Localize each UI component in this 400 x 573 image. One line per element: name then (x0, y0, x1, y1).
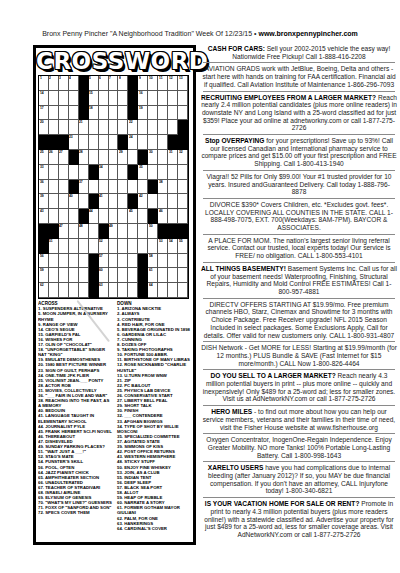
grid-cell-r11c10[interactable] (128, 224, 138, 239)
grid-cell-r5c13[interactable] (158, 135, 168, 150)
grid-cell-r12c10[interactable] (128, 239, 138, 254)
grid-cell-r15c11 (138, 283, 148, 298)
classified-ad-11: DO YOU SELL TO A LARGER MARKET? Reach ne… (201, 371, 397, 404)
grid-cell-r1c2[interactable]: 2 (49, 76, 59, 91)
grid-cell-r15c1[interactable]: 62 (39, 283, 49, 298)
cell-number: 45 (129, 209, 133, 212)
cell-number: 15 (89, 91, 93, 94)
grid-cell-r12c3[interactable] (59, 239, 69, 254)
grid-cell-r7c10 (128, 165, 138, 180)
grid-cell-r3c11[interactable]: 19 (138, 106, 148, 121)
grid-cell-r15c13[interactable] (158, 283, 168, 298)
grid-cell-r7c14[interactable] (168, 165, 178, 180)
grid-cell-r2c14[interactable] (168, 91, 178, 106)
grid-cell-r14c13[interactable] (158, 268, 168, 283)
cell-number: 54 (169, 239, 173, 242)
grid-cell-r8c4 (69, 180, 79, 195)
grid-cell-r14c15[interactable] (178, 268, 188, 283)
newspaper-page: Bronx Penny Pincher "A Neighborhood Trad… (0, 0, 400, 573)
clues-area: ACROSS 1. SUSPENDERS ALTERNATIVE5. MOON … (38, 301, 193, 542)
grid-cell-r6c15[interactable]: 32 (178, 150, 188, 165)
grid-cell-r7c3[interactable] (59, 165, 69, 180)
ads-column: CASH FOR CARS: Sell your 2002-2015 vehic… (201, 44, 397, 540)
grid-cell-r3c8[interactable] (109, 106, 119, 121)
grid-cell-r6c6[interactable] (89, 150, 99, 165)
grid-cell-r7c5[interactable] (79, 165, 89, 180)
cell-number: 31 (169, 150, 173, 153)
grid-cell-r6c7[interactable] (99, 150, 109, 165)
grid-cell-r15c12[interactable]: 64 (148, 283, 158, 298)
crossword-title: CROSSWORD (36, 48, 193, 74)
grid-cell-r14c9[interactable] (118, 268, 128, 283)
grid-cell-r14c5[interactable] (79, 268, 89, 283)
grid-cell-r1c5 (79, 76, 89, 91)
grid-cell-r10c1[interactable]: 43 (39, 209, 49, 224)
grid-cell-r5c10[interactable]: 24 (128, 135, 138, 150)
grid-cell-r5c5[interactable] (79, 135, 89, 150)
grid-cell-r15c10[interactable] (128, 283, 138, 298)
grid-cell-r6c13[interactable] (158, 150, 168, 165)
ad-lead-text: Stop OVERPAYING (205, 137, 266, 144)
grid-cell-r13c2[interactable] (49, 254, 59, 269)
grid-cell-r4c3[interactable] (59, 120, 69, 135)
grid-cell-r9c4[interactable]: 40 (69, 194, 79, 209)
grid-cell-r12c8[interactable] (109, 239, 119, 254)
grid-cell-r8c10[interactable] (128, 180, 138, 195)
grid-cell-r12c6[interactable] (89, 239, 99, 254)
grid-cell-r11c6[interactable] (89, 224, 99, 239)
grid-cell-r8c8[interactable] (109, 180, 119, 195)
cell-number: 47 (59, 224, 63, 227)
grid-cell-r6c11 (138, 150, 148, 165)
grid-cell-r3c14[interactable] (168, 106, 178, 121)
cell-number: 33 (40, 165, 44, 168)
grid-cell-r13c5[interactable] (79, 254, 89, 269)
cell-number: 32 (179, 150, 183, 153)
grid-cell-r15c4[interactable] (69, 283, 79, 298)
cell-number: 9 (139, 76, 141, 79)
grid-cell-r10c15[interactable] (178, 209, 188, 224)
grid-cell-r8c11[interactable] (138, 180, 148, 195)
cell-number: 16 (139, 91, 143, 94)
grid-cell-r13c13[interactable] (158, 254, 168, 269)
grid-cell-r5c8[interactable] (109, 135, 119, 150)
grid-cell-r11c12[interactable]: 50 (148, 224, 158, 239)
grid-cell-r1c10 (128, 76, 138, 91)
grid-cell-r2c13[interactable] (158, 91, 168, 106)
grid-cell-r2c15[interactable] (178, 91, 188, 106)
grid-cell-r7c1[interactable]: 33 (39, 165, 49, 180)
classified-ad-8: ALL THINGS BASEMENTY! Basement Systems I… (201, 264, 397, 297)
grid-cell-r11c14 (168, 224, 178, 239)
grid-cell-r7c12[interactable] (148, 165, 158, 180)
cell-number: 22 (129, 120, 133, 123)
grid-cell-r11c9[interactable] (118, 224, 128, 239)
grid-cell-r10c11[interactable] (138, 209, 148, 224)
grid-cell-r14c1[interactable]: 59 (39, 268, 49, 283)
grid-cell-r11c7 (99, 224, 109, 239)
ad-divider (203, 461, 395, 462)
grid-cell-r15c5[interactable] (79, 283, 89, 298)
ad-divider (203, 497, 395, 498)
grid-cell-r4c6[interactable] (89, 120, 99, 135)
grid-cell-r4c15 (178, 120, 188, 135)
grid-cell-r2c7[interactable] (99, 91, 109, 106)
grid-cell-r4c8[interactable] (109, 120, 119, 135)
grid-cell-r14c10[interactable] (128, 268, 138, 283)
grid-cell-r8c3[interactable] (59, 180, 69, 195)
grid-cell-r11c4[interactable] (69, 224, 79, 239)
grid-cell-r13c1[interactable]: 56 (39, 254, 49, 269)
grid-cell-r12c15[interactable]: 55 (178, 239, 188, 254)
grid-cell-r2c8[interactable] (109, 91, 119, 106)
classified-ad-13: Oxygen Concentrator, InogenOne-Regain In… (201, 435, 397, 460)
grid-cell-r8c9[interactable] (118, 180, 128, 195)
grid-cell-r6c10[interactable] (128, 150, 138, 165)
grid-cell-r14c14[interactable] (168, 268, 178, 283)
grid-cell-r1c1[interactable]: 1 (39, 76, 49, 91)
grid-cell-r3c3[interactable] (59, 106, 69, 121)
grid-cell-r14c7[interactable]: 60 (99, 268, 109, 283)
grid-cell-r12c12[interactable] (148, 239, 158, 254)
classified-ad-7: A PLACE FOR MOM. The nation's largest se… (201, 236, 397, 261)
grid-cell-r12c5[interactable] (79, 239, 89, 254)
grid-cell-r1c13[interactable]: 11 (158, 76, 168, 91)
grid-cell-r13c6 (89, 254, 99, 269)
ad-divider (203, 298, 395, 299)
cell-number: 53 (159, 239, 163, 242)
grid-cell-r15c14[interactable] (168, 283, 178, 298)
grid-cell-r7c11[interactable]: 35 (138, 165, 148, 180)
masthead: Bronx Penny Pincher "A Neighborhood Trad… (0, 30, 400, 37)
down-clue-41: 64. CARDINAL'S COVER (117, 525, 192, 530)
grid-cell-r3c12[interactable] (148, 106, 158, 121)
down-column: DOWN 1. ARIZONA NECKTIE2. ALWAYS3. CONTR… (117, 301, 192, 531)
cell-number: 18 (89, 106, 93, 109)
cell-number: 58 (149, 254, 153, 257)
grid-cell-r9c14[interactable] (168, 194, 178, 209)
grid-cell-r9c15[interactable] (178, 194, 188, 209)
grid-cell-r6c1[interactable]: 25 (39, 150, 49, 165)
cell-number: 6 (99, 76, 101, 79)
grid-cell-r2c4[interactable] (69, 91, 79, 106)
grid-cell-r12c4[interactable] (69, 239, 79, 254)
grid-cell-r9c9[interactable] (118, 194, 128, 209)
grid-cell-r11c11[interactable] (138, 224, 148, 239)
grid-cell-r2c12[interactable] (148, 91, 158, 106)
grid-cell-r4c7[interactable] (99, 120, 109, 135)
grid-cell-r3c15[interactable] (178, 106, 188, 121)
cell-number: 59 (40, 268, 44, 271)
grid-cell-r14c8[interactable] (109, 268, 119, 283)
grid-cell-r2c1[interactable]: 14 (39, 91, 49, 106)
grid-cell-r10c6[interactable]: 44 (89, 209, 99, 224)
grid-cell-r7c7[interactable]: 34 (99, 165, 109, 180)
cell-number: 19 (139, 106, 143, 109)
grid-cell-r13c14[interactable] (168, 254, 178, 269)
grid-cell-r10c13[interactable]: 46 (158, 209, 168, 224)
grid-cell-r1c3[interactable]: 3 (59, 76, 69, 91)
cell-number: 10 (149, 76, 153, 79)
grid-cell-r15c3[interactable] (59, 283, 69, 298)
grid-cell-r5c1 (39, 135, 49, 150)
clues-columns: ACROSS 1. SUSPENDERS ALTERNATIVE5. MOON … (38, 301, 193, 531)
cell-number: 56 (40, 254, 44, 257)
classified-ad-10: DISH Network - Get MORE for LESS! Starti… (201, 343, 397, 368)
grid-cell-r13c10[interactable] (128, 254, 138, 269)
cell-number: 2 (49, 76, 51, 79)
grid-cell-r5c6[interactable] (89, 135, 99, 150)
grid-cell-r7c15[interactable] (178, 165, 188, 180)
grid-cell-r11c3[interactable]: 47 (59, 224, 69, 239)
grid-cell-r1c4[interactable]: 4 (69, 76, 79, 91)
grid-cell-r6c3[interactable]: 27 (59, 150, 69, 165)
classified-ad-6: DIVORCE $390* Covers Children, etc. *Exc… (201, 200, 397, 233)
grid-cell-r7c4[interactable] (69, 165, 79, 180)
grid-cell-r4c10[interactable]: 22 (128, 120, 138, 135)
grid-cell-r3c4[interactable] (69, 106, 79, 121)
grid-cell-r10c5 (79, 209, 89, 224)
grid-cell-r15c2[interactable] (49, 283, 59, 298)
grid-cell-r6c8[interactable] (109, 150, 119, 165)
grid-cell-r5c12[interactable] (148, 135, 158, 150)
grid-cell-r10c14[interactable] (168, 209, 178, 224)
across-column: ACROSS 1. SUSPENDERS ALTERNATIVE5. MOON … (38, 301, 113, 531)
grid-cell-r3c6[interactable]: 18 (89, 106, 99, 121)
across-clue-17: 38. REACHING INTO THE PAST, AS A MEMORY (38, 398, 113, 408)
grid-cell-r3c2[interactable] (49, 106, 59, 121)
grid-cell-r15c6 (89, 283, 99, 298)
grid-cell-r14c6 (89, 268, 99, 283)
grid-cell-r10c3[interactable] (59, 209, 69, 224)
grid-cell-r13c4[interactable] (69, 254, 79, 269)
grid-cell-r6c2[interactable]: 26 (49, 150, 59, 165)
grid-cell-r9c7[interactable]: 41 (99, 194, 109, 209)
classified-ad-12: HERO MILES - to find out more about how … (201, 407, 397, 432)
grid-cell-r4c4[interactable] (69, 120, 79, 135)
masthead-text: Bronx Penny Pincher "A Neighborhood Trad… (42, 30, 258, 37)
grid-cell-r4c11[interactable] (138, 120, 148, 135)
grid-cell-r8c2[interactable] (49, 180, 59, 195)
grid-cell-r12c11[interactable] (138, 239, 148, 254)
grid-cell-r4c14[interactable] (168, 120, 178, 135)
cell-number: 27 (59, 150, 63, 153)
grid-cell-r4c13[interactable] (158, 120, 168, 135)
grid-cell-r8c15[interactable] (178, 180, 188, 195)
grid-cell-r14c3[interactable] (59, 268, 69, 283)
grid-cell-r4c5[interactable]: 21 (79, 120, 89, 135)
grid-cell-r12c2[interactable]: 51 (49, 239, 59, 254)
cell-number: 5 (89, 76, 91, 79)
grid-cell-r13c12[interactable]: 58 (148, 254, 158, 269)
cell-number: 20 (40, 120, 44, 123)
grid-cell-r4c1[interactable]: 20 (39, 120, 49, 135)
grid-cell-r3c1[interactable]: 17 (39, 106, 49, 121)
grid-cell-r1c8[interactable]: 7 (109, 76, 119, 91)
grid-cell-r13c15[interactable] (178, 254, 188, 269)
ad-divider (203, 134, 395, 135)
grid-cell-r15c9[interactable] (118, 283, 128, 298)
cell-number: 24 (129, 135, 133, 138)
grid-cell-r9c11[interactable]: 42 (138, 194, 148, 209)
grid-cell-r3c9[interactable] (118, 106, 128, 121)
grid-cell-r13c8[interactable] (109, 254, 119, 269)
grid-cell-r10c9[interactable] (118, 209, 128, 224)
grid-cell-r7c2[interactable] (49, 165, 59, 180)
ad-divider (203, 341, 395, 342)
grid-cell-r10c4[interactable] (69, 209, 79, 224)
grid-cell-r6c4 (69, 150, 79, 165)
grid-cell-r1c6[interactable]: 5 (89, 76, 99, 91)
grid-cell-r5c4[interactable]: 23 (69, 135, 79, 150)
cell-number: 37 (79, 180, 83, 183)
grid-cell-r12c9[interactable] (118, 239, 128, 254)
grid-cell-r2c6[interactable]: 15 (89, 91, 99, 106)
grid-cell-r8c5[interactable]: 37 (79, 180, 89, 195)
grid-cell-r1c14[interactable]: 12 (168, 76, 178, 91)
cell-number: 63 (99, 283, 103, 286)
cell-number: 4 (69, 76, 71, 79)
cell-number: 50 (149, 224, 153, 227)
grid-cell-r4c12[interactable] (148, 120, 158, 135)
grid-cell-r9c8[interactable] (109, 194, 119, 209)
grid-cell-r2c3[interactable] (59, 91, 69, 106)
across-clue-37: 72. SPECS COVER THEM (38, 510, 113, 515)
grid-cell-r10c7[interactable] (99, 209, 109, 224)
grid-cell-r1c11[interactable]: 9 (138, 76, 148, 91)
grid-cell-r9c6 (89, 194, 99, 209)
grid-cell-r14c11 (138, 268, 148, 283)
grid-cell-r6c9[interactable]: 29 (118, 150, 128, 165)
grid-cell-r1c7[interactable]: 6 (99, 76, 109, 91)
grid-cell-r11c8[interactable]: 49 (109, 224, 119, 239)
grid-cell-r6c14[interactable]: 31 (168, 150, 178, 165)
cell-number: 49 (109, 224, 113, 227)
grid-cell-r13c7[interactable]: 57 (99, 254, 109, 269)
ad-divider (203, 62, 395, 63)
ad-lead-text: DO YOU SELL TO A LARGER MARKET? (211, 372, 338, 379)
down-clue-12: 12. ROSE NICKNAMED "CHARLIE HUSTLE" (117, 362, 192, 372)
cell-number: 12 (169, 76, 173, 79)
grid-cell-r2c5 (79, 91, 89, 106)
grid-cell-r5c15 (178, 135, 188, 150)
grid-cell-r14c4[interactable] (69, 268, 79, 283)
grid-cell-r8c7[interactable] (99, 180, 109, 195)
cell-number: 62 (40, 283, 44, 286)
grid-cell-r3c13[interactable] (158, 106, 168, 121)
grid-cell-r8c14[interactable] (168, 180, 178, 195)
grid-cell-r8c13[interactable]: 38 (158, 180, 168, 195)
grid-cell-r7c13[interactable] (158, 165, 168, 180)
ad-lead-text: ALL THINGS BASEMENTY! (201, 265, 288, 272)
cell-number: 7 (109, 76, 111, 79)
grid-cell-r14c2[interactable] (49, 268, 59, 283)
grid-cell-r4c9[interactable] (118, 120, 128, 135)
grid-cell-r9c1[interactable]: 39 (39, 194, 49, 209)
down-clue-38: 61. FORMER GOTHAM MAYOR GIULIANI (117, 505, 192, 515)
grid-cell-r2c11[interactable]: 16 (138, 91, 148, 106)
grid-cell-r1c15[interactable]: 13 (178, 76, 188, 91)
grid-cell-r12c7[interactable]: 52 (99, 239, 109, 254)
grid-cell-r3c5 (79, 106, 89, 121)
grid-cell-r6c12[interactable]: 30 (148, 150, 158, 165)
grid-cell-r12c13[interactable]: 53 (158, 239, 168, 254)
down-clue-23: 34. TYPE OF SHOT BY WILLIE MOSCONI (117, 423, 192, 433)
grid-cell-r7c8[interactable] (109, 165, 119, 180)
ad-lead-text: CASH FOR CARS: (208, 45, 267, 52)
cell-number: 64 (149, 283, 153, 286)
cell-number: 35 (139, 165, 143, 168)
cell-number: 29 (119, 150, 123, 153)
cell-number: 1 (40, 76, 42, 79)
classified-ad-1: CASH FOR CARS: Sell your 2002-2015 vehic… (201, 44, 397, 61)
cell-number: 28 (79, 150, 83, 153)
grid-cell-r3c7[interactable] (99, 106, 109, 121)
ad-divider (203, 170, 395, 171)
grid-cell-r8c1[interactable]: 36 (39, 180, 49, 195)
cell-number: 55 (179, 239, 183, 242)
grid-cell-r9c3[interactable] (59, 194, 69, 209)
ad-divider (203, 234, 395, 235)
ad-lead-text: XARELTO USERS (208, 464, 265, 471)
classified-ad-5: Viagra!! 52 Pills for Only $99.00! Your … (201, 172, 397, 197)
grid-cell-r10c10[interactable]: 45 (128, 209, 138, 224)
grid-cell-r14c12[interactable]: 61 (148, 268, 158, 283)
grid-cell-r6c5[interactable]: 28 (79, 150, 89, 165)
ad-divider (203, 262, 395, 263)
ad-lead-text: IS YOUR VACATION HOME FOR SALE OR RENT? (205, 500, 361, 507)
grid-cell-r9c10 (128, 194, 138, 209)
ad-divider (203, 405, 395, 406)
cell-number: 39 (40, 194, 44, 197)
grid-cell-r2c9[interactable] (118, 91, 128, 106)
grid-cell-r15c15[interactable] (178, 283, 188, 298)
grid-cell-r7c9[interactable] (118, 165, 128, 180)
grid-cell-r11c1 (39, 224, 49, 239)
grid-cell-r9c13[interactable] (158, 194, 168, 209)
grid-cell-r13c3[interactable] (59, 254, 69, 269)
grid-cell-r9c12[interactable] (148, 194, 158, 209)
grid-cell-r10c2[interactable] (49, 209, 59, 224)
grid-cell-r9c5[interactable] (79, 194, 89, 209)
grid-cell-r13c9[interactable] (118, 254, 128, 269)
grid-cell-r11c5[interactable]: 48 (79, 224, 89, 239)
cell-number: 60 (99, 268, 103, 271)
grid-cell-r5c7[interactable] (99, 135, 109, 150)
grid-cell-r15c7[interactable]: 63 (99, 283, 109, 298)
cell-number: 14 (40, 91, 44, 94)
across-clue-19: 41. LANGUAGE TAUGHT IN ELEMENTARY SCHOOL (38, 413, 113, 423)
classified-ad-15: IS YOUR VACATION HOME FOR SALE OR RENT? … (201, 499, 397, 540)
grid-cell-r11c13 (158, 224, 168, 239)
crossword-grid: 1234567891011121314151617181920212223242… (38, 75, 189, 299)
grid-cell-r1c12[interactable]: 10 (148, 76, 158, 91)
cell-number: 51 (49, 239, 53, 242)
grid-cell-r15c8[interactable] (109, 283, 119, 298)
ad-divider (203, 433, 395, 434)
grid-cell-r9c2[interactable] (49, 194, 59, 209)
grid-cell-r4c2[interactable] (49, 120, 59, 135)
grid-cell-r12c14[interactable]: 54 (168, 239, 178, 254)
cell-number: 52 (99, 239, 103, 242)
grid-cell-r7c6 (89, 165, 99, 180)
grid-cell-r1c9[interactable]: 8 (118, 76, 128, 91)
grid-cell-r8c6[interactable] (89, 180, 99, 195)
cell-number: 57 (99, 254, 103, 257)
grid-cell-r2c2[interactable] (49, 91, 59, 106)
grid-cell-r5c11[interactable] (138, 135, 148, 150)
grid-cell-r10c8[interactable] (109, 209, 119, 224)
